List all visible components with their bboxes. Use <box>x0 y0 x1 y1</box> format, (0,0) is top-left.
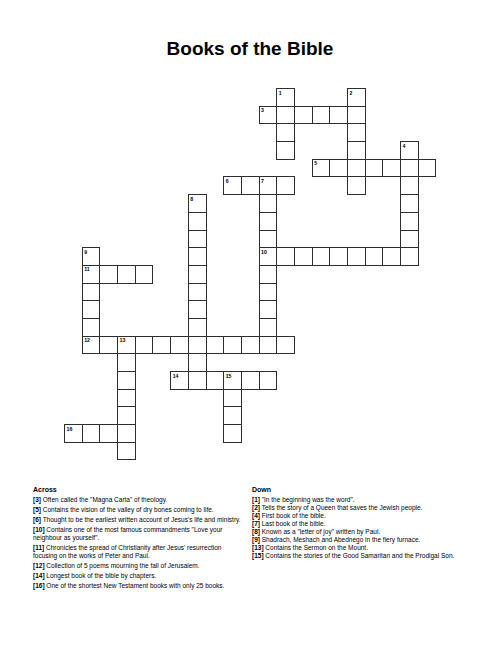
grid-cell[interactable] <box>276 247 295 266</box>
grid-cell[interactable] <box>259 230 278 249</box>
grid-cell[interactable]: 13 <box>117 336 136 355</box>
clue-number: 14 <box>173 373 179 379</box>
grid-cell[interactable] <box>206 371 225 390</box>
down-clue-list: [1] "In the beginning was the word".[2] … <box>252 496 480 560</box>
grid-cell[interactable] <box>223 424 242 443</box>
clue-item-number: [6] <box>33 516 41 523</box>
grid-cell[interactable] <box>188 212 207 231</box>
clue-item-number: [9] <box>252 536 260 543</box>
grid-cell[interactable] <box>259 283 278 302</box>
grid-cell[interactable] <box>99 265 118 284</box>
grid-cell[interactable] <box>347 123 366 142</box>
grid-cell[interactable] <box>329 106 348 125</box>
clue-item: [3] Often called the "Magna Carta" of th… <box>33 496 245 504</box>
clue-item: [11] Chronicles the spread of Christiani… <box>33 544 245 560</box>
grid-cell[interactable]: 7 <box>259 176 278 195</box>
clue-item: [13] Contains the Sermon on the Mount. <box>252 544 480 552</box>
grid-cell[interactable] <box>400 247 419 266</box>
puzzle-title: Books of the Bible <box>0 38 500 60</box>
grid-cell[interactable] <box>188 230 207 249</box>
grid-cell[interactable] <box>223 336 242 355</box>
grid-cell[interactable] <box>259 212 278 231</box>
grid-cell[interactable] <box>117 424 136 443</box>
clue-item: [5] Contains the vision of the valley of… <box>33 506 245 514</box>
down-clues-section: Down [1] "In the beginning was the word"… <box>252 486 480 560</box>
grid-cell[interactable] <box>276 106 295 125</box>
grid-cell[interactable] <box>117 371 136 390</box>
grid-cell[interactable] <box>188 265 207 284</box>
grid-cell[interactable] <box>400 176 419 195</box>
clue-number: 12 <box>84 337 90 343</box>
grid-cell[interactable] <box>276 141 295 160</box>
grid-cell[interactable] <box>82 424 101 443</box>
clue-item-number: [14] <box>33 572 45 579</box>
clue-number: 16 <box>67 426 73 432</box>
clue-item: [15] Contains the stories of the Good Sa… <box>252 552 480 560</box>
grid-cell[interactable] <box>276 176 295 195</box>
grid-cell[interactable] <box>188 353 207 372</box>
grid-cell[interactable] <box>117 353 136 372</box>
grid-cell[interactable] <box>400 194 419 213</box>
clue-item: [8] Known as a "letter of joy" written b… <box>252 528 480 536</box>
clue-number: 4 <box>403 143 406 149</box>
grid-cell[interactable] <box>188 318 207 337</box>
grid-cell[interactable] <box>117 265 136 284</box>
clue-number: 15 <box>226 373 232 379</box>
clue-item: [6] Thought to be the earliest written a… <box>33 516 245 524</box>
grid-cell[interactable] <box>241 176 260 195</box>
grid-cell[interactable] <box>259 318 278 337</box>
grid-cell[interactable]: 12 <box>82 336 101 355</box>
grid-cell[interactable]: 10 <box>259 247 278 266</box>
clue-item-number: [8] <box>252 528 260 535</box>
across-header: Across <box>33 486 245 494</box>
grid-cell[interactable] <box>241 371 260 390</box>
grid-cell[interactable] <box>294 106 313 125</box>
grid-cell[interactable] <box>82 283 101 302</box>
grid-cell[interactable]: 4 <box>400 141 419 160</box>
grid-cell[interactable] <box>365 159 384 178</box>
grid-cell[interactable] <box>152 336 171 355</box>
clue-item-number: [15] <box>252 552 264 559</box>
grid-cell[interactable] <box>382 247 401 266</box>
crossword-grid: 12345678910111213141516 <box>64 88 435 459</box>
grid-cell[interactable]: 5 <box>312 159 331 178</box>
grid-cell[interactable]: 15 <box>223 371 242 390</box>
grid-cell[interactable] <box>259 371 278 390</box>
down-header: Down <box>252 486 480 494</box>
grid-cell[interactable] <box>99 336 118 355</box>
grid-cell[interactable] <box>206 336 225 355</box>
grid-cell[interactable] <box>259 300 278 319</box>
clue-item-number: [16] <box>33 582 45 589</box>
clue-item-number: [12] <box>33 562 45 569</box>
clue-number: 9 <box>84 249 87 255</box>
grid-cell[interactable] <box>276 123 295 142</box>
grid-cell[interactable]: 16 <box>64 424 83 443</box>
clue-number: 1 <box>279 90 282 96</box>
clue-item-number: [3] <box>33 496 41 503</box>
grid-cell[interactable] <box>188 336 207 355</box>
clue-item-number: [2] <box>252 504 260 511</box>
clue-item: [7] Last book of the bible. <box>252 520 480 528</box>
grid-cell[interactable] <box>117 389 136 408</box>
clue-number: 13 <box>120 337 126 343</box>
clue-item-number: [1] <box>252 496 260 503</box>
grid-cell[interactable] <box>82 300 101 319</box>
clue-item-number: [11] <box>33 544 44 551</box>
grid-cell[interactable]: 6 <box>223 176 242 195</box>
grid-cell[interactable] <box>347 247 366 266</box>
grid-cell[interactable] <box>241 336 260 355</box>
across-clue-list: [3] Often called the "Magna Carta" of th… <box>33 496 245 590</box>
clue-item-number: [4] <box>252 512 260 519</box>
grid-cell[interactable] <box>259 336 278 355</box>
clue-item: [16] One of the shortest New Testament b… <box>33 582 245 590</box>
clue-item-number: [13] <box>252 544 264 551</box>
clue-item: [10] Contains one of the most famous com… <box>33 526 245 542</box>
clue-item: [1] "In the beginning was the word". <box>252 496 480 504</box>
grid-cell[interactable] <box>135 336 154 355</box>
grid-cell[interactable]: 3 <box>259 106 278 125</box>
grid-cell[interactable] <box>400 230 419 249</box>
grid-cell[interactable] <box>312 106 331 125</box>
grid-cell[interactable] <box>312 247 331 266</box>
clue-number: 8 <box>190 196 193 202</box>
grid-cell[interactable]: 8 <box>188 194 207 213</box>
grid-cell[interactable] <box>99 424 118 443</box>
grid-cell[interactable] <box>382 159 401 178</box>
clue-number: 5 <box>314 160 317 166</box>
grid-cell[interactable] <box>329 247 348 266</box>
grid-cell[interactable] <box>117 406 136 425</box>
grid-cell[interactable]: 14 <box>170 371 189 390</box>
grid-cell[interactable] <box>223 406 242 425</box>
grid-cell[interactable] <box>117 442 136 461</box>
grid-cell[interactable] <box>347 141 366 160</box>
clue-item: [14] Longest book of the bible by chapte… <box>33 572 245 580</box>
clue-item: [2] Tells the story of a Queen that save… <box>252 504 480 512</box>
clue-item: [4] First book of the bible. <box>252 512 480 520</box>
grid-cell[interactable] <box>188 283 207 302</box>
grid-cell[interactable] <box>418 159 437 178</box>
grid-cell[interactable] <box>329 159 348 178</box>
clue-item: [9] Shadrach, Meshach and Abednego in th… <box>252 536 480 544</box>
clue-item-number: [10] <box>33 526 45 533</box>
clue-number: 10 <box>261 249 267 255</box>
grid-cell[interactable] <box>400 212 419 231</box>
grid-cell[interactable] <box>188 247 207 266</box>
grid-cell[interactable] <box>170 336 189 355</box>
grid-cell[interactable] <box>347 176 366 195</box>
clue-number: 7 <box>261 178 264 184</box>
clue-number: 6 <box>226 178 229 184</box>
grid-cell[interactable]: 11 <box>82 265 101 284</box>
grid-cell[interactable] <box>347 106 366 125</box>
grid-cell[interactable] <box>223 389 242 408</box>
clue-item-number: [7] <box>252 520 260 527</box>
grid-cell[interactable]: 9 <box>82 247 101 266</box>
clue-number: 3 <box>261 107 264 113</box>
grid-cell[interactable]: 1 <box>276 88 295 107</box>
clue-item: [12] Collection of 5 poems mourning the … <box>33 562 245 570</box>
grid-cell[interactable] <box>294 247 313 266</box>
grid-cell[interactable] <box>82 318 101 337</box>
grid-cell[interactable] <box>259 265 278 284</box>
grid-cell[interactable]: 2 <box>347 88 366 107</box>
grid-cell[interactable] <box>188 371 207 390</box>
across-clues-section: Across [3] Often called the "Magna Carta… <box>33 486 245 592</box>
grid-cell[interactable] <box>347 159 366 178</box>
grid-cell[interactable] <box>188 300 207 319</box>
grid-cell[interactable] <box>400 159 419 178</box>
clue-item-number: [5] <box>33 506 41 513</box>
clue-number: 2 <box>350 90 353 96</box>
clue-number: 11 <box>84 266 89 272</box>
grid-cell[interactable] <box>259 194 278 213</box>
grid-cell[interactable] <box>135 265 154 284</box>
grid-cell[interactable] <box>365 247 384 266</box>
grid-cell[interactable] <box>276 336 295 355</box>
